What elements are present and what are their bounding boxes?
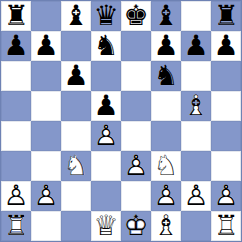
square-g8[interactable] — [181, 1, 211, 31]
square-h5[interactable] — [211, 91, 241, 121]
piece-outline: ♙ — [1, 181, 31, 211]
chess-board: ♜♝♛♚♝♜♟♟♞♟♟♟♟♞♟♝♗♟♙♞♘♟♙♞♘♟♙♟♙♟♙♟♙♟♙♜♖♛♕♚… — [0, 0, 242, 242]
black-pawn[interactable]: ♟ — [151, 31, 181, 61]
piece-glyph: ♟ — [91, 91, 121, 121]
square-c7[interactable] — [61, 31, 91, 61]
piece-glyph: ♟ — [181, 31, 211, 61]
square-b1[interactable] — [31, 211, 61, 241]
square-d4[interactable]: ♟♙ — [91, 121, 121, 151]
piece-outline: ♙ — [121, 151, 151, 181]
square-a5[interactable] — [1, 91, 31, 121]
square-a2[interactable]: ♟♙ — [1, 181, 31, 211]
square-a8[interactable]: ♜ — [1, 1, 31, 31]
square-f4[interactable] — [151, 121, 181, 151]
square-g5[interactable]: ♝♗ — [181, 91, 211, 121]
black-knight[interactable]: ♞ — [151, 61, 181, 91]
piece-outline: ♙ — [211, 181, 241, 211]
square-d7[interactable]: ♞ — [91, 31, 121, 61]
square-h2[interactable]: ♟♙ — [211, 181, 241, 211]
black-pawn[interactable]: ♟ — [31, 31, 61, 61]
white-pawn[interactable]: ♟♙ — [121, 151, 151, 181]
square-d2[interactable] — [91, 181, 121, 211]
square-f6[interactable]: ♞ — [151, 61, 181, 91]
square-h7[interactable]: ♟ — [211, 31, 241, 61]
white-pawn[interactable]: ♟♙ — [31, 181, 61, 211]
square-e6[interactable] — [121, 61, 151, 91]
piece-outline: ♕ — [91, 211, 121, 241]
white-bishop[interactable]: ♝♗ — [151, 211, 181, 241]
piece-outline: ♙ — [181, 181, 211, 211]
black-bishop[interactable]: ♝ — [151, 1, 181, 31]
piece-outline: ♙ — [151, 181, 181, 211]
piece-glyph: ♟ — [211, 31, 241, 61]
black-knight[interactable]: ♞ — [91, 31, 121, 61]
black-pawn[interactable]: ♟ — [91, 91, 121, 121]
piece-outline: ♘ — [151, 151, 181, 181]
black-rook[interactable]: ♜ — [211, 1, 241, 31]
square-g4[interactable] — [181, 121, 211, 151]
piece-glyph: ♟ — [31, 31, 61, 61]
piece-glyph: ♝ — [61, 1, 91, 31]
piece-glyph: ♜ — [211, 1, 241, 31]
square-e7[interactable] — [121, 31, 151, 61]
square-g6[interactable] — [181, 61, 211, 91]
square-b6[interactable] — [31, 61, 61, 91]
square-h4[interactable] — [211, 121, 241, 151]
piece-outline: ♗ — [181, 91, 211, 121]
square-f2[interactable]: ♟♙ — [151, 181, 181, 211]
square-d1[interactable]: ♛♕ — [91, 211, 121, 241]
square-f7[interactable]: ♟ — [151, 31, 181, 61]
square-c2[interactable] — [61, 181, 91, 211]
square-f1[interactable]: ♝♗ — [151, 211, 181, 241]
square-g2[interactable]: ♟♙ — [181, 181, 211, 211]
white-rook[interactable]: ♜♖ — [1, 211, 31, 241]
black-pawn[interactable]: ♟ — [211, 31, 241, 61]
piece-glyph: ♜ — [1, 1, 31, 31]
piece-glyph: ♞ — [151, 61, 181, 91]
chess-board-container: ♜♝♛♚♝♜♟♟♞♟♟♟♟♞♟♝♗♟♙♞♘♟♙♞♘♟♙♟♙♟♙♟♙♟♙♜♖♛♕♚… — [0, 0, 242, 242]
white-pawn[interactable]: ♟♙ — [1, 181, 31, 211]
square-e4[interactable] — [121, 121, 151, 151]
square-h3[interactable] — [211, 151, 241, 181]
square-d5[interactable]: ♟ — [91, 91, 121, 121]
square-f5[interactable] — [151, 91, 181, 121]
white-king[interactable]: ♚♔ — [121, 211, 151, 241]
black-pawn[interactable]: ♟ — [181, 31, 211, 61]
black-bishop[interactable]: ♝ — [61, 1, 91, 31]
square-b2[interactable]: ♟♙ — [31, 181, 61, 211]
square-d8[interactable]: ♛ — [91, 1, 121, 31]
square-b8[interactable] — [31, 1, 61, 31]
piece-glyph: ♟ — [61, 61, 91, 91]
piece-outline: ♖ — [1, 211, 31, 241]
piece-glyph: ♟ — [151, 31, 181, 61]
piece-glyph: ♚ — [121, 1, 151, 31]
white-pawn[interactable]: ♟♙ — [91, 121, 121, 151]
square-h1[interactable]: ♜♖ — [211, 211, 241, 241]
piece-outline: ♘ — [61, 151, 91, 181]
square-e1[interactable]: ♚♔ — [121, 211, 151, 241]
square-a6[interactable] — [1, 61, 31, 91]
square-g3[interactable] — [181, 151, 211, 181]
white-pawn[interactable]: ♟♙ — [181, 181, 211, 211]
piece-glyph: ♛ — [91, 1, 121, 31]
black-king[interactable]: ♚ — [121, 1, 151, 31]
square-e5[interactable] — [121, 91, 151, 121]
white-rook[interactable]: ♜♖ — [211, 211, 241, 241]
piece-glyph: ♟ — [1, 31, 31, 61]
white-bishop[interactable]: ♝♗ — [181, 91, 211, 121]
black-rook[interactable]: ♜ — [1, 1, 31, 31]
square-d3[interactable] — [91, 151, 121, 181]
piece-outline: ♙ — [31, 181, 61, 211]
square-e8[interactable]: ♚ — [121, 1, 151, 31]
square-c4[interactable] — [61, 121, 91, 151]
square-b5[interactable] — [31, 91, 61, 121]
square-h8[interactable]: ♜ — [211, 1, 241, 31]
square-c5[interactable] — [61, 91, 91, 121]
white-knight[interactable]: ♞♘ — [61, 151, 91, 181]
white-knight[interactable]: ♞♘ — [151, 151, 181, 181]
square-b7[interactable]: ♟ — [31, 31, 61, 61]
square-c8[interactable]: ♝ — [61, 1, 91, 31]
square-a3[interactable] — [1, 151, 31, 181]
piece-outline: ♙ — [91, 121, 121, 151]
piece-glyph: ♞ — [91, 31, 121, 61]
square-e3[interactable]: ♟♙ — [121, 151, 151, 181]
square-g7[interactable]: ♟ — [181, 31, 211, 61]
square-g1[interactable] — [181, 211, 211, 241]
white-queen[interactable]: ♛♕ — [91, 211, 121, 241]
square-c6[interactable]: ♟ — [61, 61, 91, 91]
piece-outline: ♗ — [151, 211, 181, 241]
square-c1[interactable] — [61, 211, 91, 241]
square-f8[interactable]: ♝ — [151, 1, 181, 31]
square-b4[interactable] — [31, 121, 61, 151]
square-a1[interactable]: ♜♖ — [1, 211, 31, 241]
black-queen[interactable]: ♛ — [91, 1, 121, 31]
square-h6[interactable] — [211, 61, 241, 91]
piece-outline: ♔ — [121, 211, 151, 241]
white-pawn[interactable]: ♟♙ — [211, 181, 241, 211]
square-b3[interactable] — [31, 151, 61, 181]
square-e2[interactable] — [121, 181, 151, 211]
black-pawn[interactable]: ♟ — [1, 31, 31, 61]
square-f3[interactable]: ♞♘ — [151, 151, 181, 181]
square-a4[interactable] — [1, 121, 31, 151]
white-pawn[interactable]: ♟♙ — [151, 181, 181, 211]
square-d6[interactable] — [91, 61, 121, 91]
square-c3[interactable]: ♞♘ — [61, 151, 91, 181]
black-pawn[interactable]: ♟ — [61, 61, 91, 91]
piece-outline: ♖ — [211, 211, 241, 241]
square-a7[interactable]: ♟ — [1, 31, 31, 61]
piece-glyph: ♝ — [151, 1, 181, 31]
